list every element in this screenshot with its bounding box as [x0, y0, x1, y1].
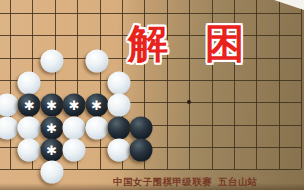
- black-stone: [108, 116, 131, 139]
- star-mark: ✱: [46, 116, 57, 139]
- star-mark: ✱: [69, 94, 80, 117]
- white-stone: [63, 138, 86, 161]
- grid-line-vertical: [10, 0, 11, 169]
- star-mark: ✱: [24, 94, 35, 117]
- white-stone: [0, 94, 19, 117]
- star-mark: ✱: [46, 138, 57, 161]
- grid-line-vertical: [100, 0, 101, 169]
- star-mark: ✱: [91, 94, 102, 117]
- black-stone: ✱: [40, 94, 63, 117]
- white-stone: [40, 49, 63, 72]
- grid-line-horizontal: [0, 13, 301, 14]
- grid-line-horizontal: [0, 80, 301, 81]
- white-stone: [40, 161, 63, 184]
- black-stone: [130, 116, 153, 139]
- grid-line-vertical: [301, 0, 302, 169]
- event-caption: 中国女子围棋甲级联赛 五台山站: [113, 176, 258, 189]
- white-stone: [18, 116, 41, 139]
- white-stone: [85, 116, 108, 139]
- star-point-hoshi: [187, 100, 191, 104]
- white-stone: [108, 71, 131, 94]
- black-stone: ✱: [40, 138, 63, 161]
- white-stone: [85, 49, 108, 72]
- black-stone: ✱: [18, 94, 41, 117]
- page-title: 解 困: [128, 22, 245, 64]
- grid-line-vertical: [279, 0, 280, 169]
- white-stone: [0, 116, 19, 139]
- white-stone: [63, 116, 86, 139]
- black-stone: [130, 138, 153, 161]
- video-frame: ✱✱✱✱✱✱ 解 困 中国女子围棋甲级联赛 五台山站: [0, 0, 304, 190]
- white-stone: [18, 71, 41, 94]
- grid-line-vertical: [256, 0, 257, 169]
- star-mark: ✱: [46, 94, 57, 117]
- black-stone: ✱: [40, 116, 63, 139]
- white-stone: [108, 94, 131, 117]
- black-stone: ✱: [63, 94, 86, 117]
- white-stone: [18, 138, 41, 161]
- black-stone: ✱: [85, 94, 108, 117]
- white-stone: [108, 138, 131, 161]
